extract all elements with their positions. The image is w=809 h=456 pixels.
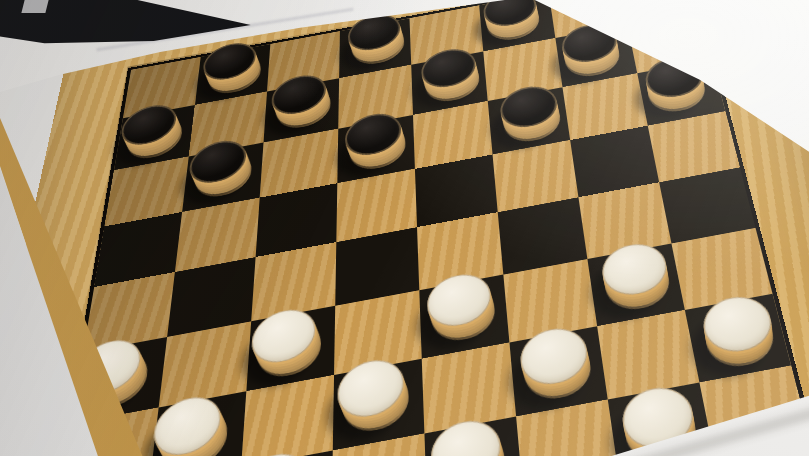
white-checker[interactable]: [522, 338, 594, 404]
light-square-5-7: [671, 228, 772, 310]
white-checker[interactable]: [602, 254, 673, 315]
black-checker[interactable]: [485, 1, 541, 44]
black-checker[interactable]: [125, 115, 184, 163]
board-rim: [0, 0, 809, 456]
dark-square-4-5[interactable]: [497, 197, 587, 274]
black-checker[interactable]: [349, 123, 405, 173]
checkers-board: [0, 0, 809, 456]
black-checker[interactable]: [193, 150, 253, 201]
black-checker[interactable]: [207, 53, 262, 98]
scene-3d: [0, 0, 809, 456]
white-checker[interactable]: [434, 430, 506, 456]
board-grid: [37, 0, 809, 456]
white-checker[interactable]: [621, 397, 700, 456]
dark-square-6-7[interactable]: [684, 294, 790, 383]
dark-square-5-6[interactable]: [587, 243, 684, 326]
white-checker[interactable]: [80, 349, 150, 413]
white-checker[interactable]: [256, 319, 321, 382]
dark-square-5-4[interactable]: [419, 275, 509, 359]
black-checker[interactable]: [562, 35, 622, 81]
dark-square-3-4[interactable]: [414, 154, 497, 227]
photo-stage: [0, 0, 809, 456]
light-square-7-7: [699, 366, 809, 456]
light-square-6-4: [421, 342, 515, 433]
black-checker[interactable]: [424, 59, 480, 105]
white-checker[interactable]: [701, 306, 779, 371]
dark-square-6-1[interactable]: [149, 391, 246, 456]
black-checker[interactable]: [502, 97, 562, 146]
light-square-6-6: [597, 310, 699, 400]
black-checker[interactable]: [644, 68, 708, 116]
black-checker[interactable]: [352, 24, 404, 68]
white-checker[interactable]: [342, 369, 409, 436]
light-square-3-7: [647, 111, 739, 182]
white-checker[interactable]: [430, 284, 496, 345]
black-checker[interactable]: [275, 85, 330, 132]
white-checker-top: [429, 415, 502, 456]
dark-square-4-3[interactable]: [335, 227, 419, 306]
white-checker[interactable]: [158, 406, 229, 456]
